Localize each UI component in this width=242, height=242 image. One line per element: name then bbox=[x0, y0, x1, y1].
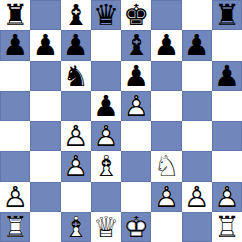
square-a4[interactable] bbox=[0, 121, 30, 151]
square-a3[interactable] bbox=[0, 151, 30, 181]
black-pawn-piece: ♟ bbox=[61, 30, 91, 60]
black-pawn-piece: ♟ bbox=[182, 30, 212, 60]
white-bishop-piece: ♝♗ bbox=[91, 151, 121, 181]
square-f3[interactable]: ♞♘ bbox=[151, 151, 181, 181]
square-b3[interactable] bbox=[30, 151, 60, 181]
square-h5[interactable] bbox=[212, 91, 242, 121]
white-knight-piece: ♞♘ bbox=[151, 151, 181, 181]
square-g5[interactable] bbox=[182, 91, 212, 121]
square-e8[interactable]: ♚ bbox=[121, 0, 151, 30]
white-rook-piece: ♜♖ bbox=[212, 212, 242, 242]
square-h2[interactable]: ♟♙ bbox=[212, 182, 242, 212]
square-f1[interactable] bbox=[151, 212, 181, 242]
white-pawn-piece: ♟♙ bbox=[61, 151, 91, 181]
square-e7[interactable]: ♝ bbox=[121, 30, 151, 60]
square-h1[interactable]: ♜♖ bbox=[212, 212, 242, 242]
black-king-piece: ♚ bbox=[121, 0, 151, 30]
square-f8[interactable] bbox=[151, 0, 181, 30]
square-b4[interactable] bbox=[30, 121, 60, 151]
white-pawn-piece: ♟♙ bbox=[151, 182, 181, 212]
square-f2[interactable]: ♟♙ bbox=[151, 182, 181, 212]
square-c8[interactable]: ♝ bbox=[61, 0, 91, 30]
square-a5[interactable] bbox=[0, 91, 30, 121]
black-rook-piece: ♜ bbox=[212, 0, 242, 30]
square-a7[interactable]: ♟ bbox=[0, 30, 30, 60]
square-d6[interactable] bbox=[91, 61, 121, 91]
square-a8[interactable]: ♜ bbox=[0, 0, 30, 30]
square-f5[interactable] bbox=[151, 91, 181, 121]
square-d2[interactable] bbox=[91, 182, 121, 212]
square-c2[interactable] bbox=[61, 182, 91, 212]
black-knight-piece: ♞ bbox=[61, 61, 91, 91]
square-d3[interactable]: ♝♗ bbox=[91, 151, 121, 181]
square-g8[interactable] bbox=[182, 0, 212, 30]
square-c1[interactable]: ♝♗ bbox=[61, 212, 91, 242]
black-pawn-piece: ♟ bbox=[30, 30, 60, 60]
square-e2[interactable] bbox=[121, 182, 151, 212]
black-bishop-piece: ♝ bbox=[121, 30, 151, 60]
white-pawn-piece: ♟♙ bbox=[182, 182, 212, 212]
square-c6[interactable]: ♞ bbox=[61, 61, 91, 91]
square-e6[interactable]: ♟ bbox=[121, 61, 151, 91]
square-c7[interactable]: ♟ bbox=[61, 30, 91, 60]
black-pawn-piece: ♟ bbox=[151, 30, 181, 60]
square-e3[interactable] bbox=[121, 151, 151, 181]
chess-board: ♜♝♛♚♜♟♟♟♝♟♟♞♟♟♟♟♙♟♙♟♙♟♙♝♗♞♘♟♙♟♙♟♙♟♙♜♖♝♗♛… bbox=[0, 0, 242, 242]
square-h3[interactable] bbox=[212, 151, 242, 181]
square-d1[interactable]: ♛♕ bbox=[91, 212, 121, 242]
square-g3[interactable] bbox=[182, 151, 212, 181]
white-queen-piece: ♛♕ bbox=[91, 212, 121, 242]
square-f6[interactable] bbox=[151, 61, 181, 91]
white-pawn-piece: ♟♙ bbox=[0, 182, 30, 212]
square-d5[interactable]: ♟ bbox=[91, 91, 121, 121]
square-g1[interactable] bbox=[182, 212, 212, 242]
white-pawn-piece: ♟♙ bbox=[121, 91, 151, 121]
black-pawn-piece: ♟ bbox=[212, 61, 242, 91]
black-rook-piece: ♜ bbox=[0, 0, 30, 30]
square-f7[interactable]: ♟ bbox=[151, 30, 181, 60]
square-e1[interactable]: ♚♔ bbox=[121, 212, 151, 242]
square-c3[interactable]: ♟♙ bbox=[61, 151, 91, 181]
square-a6[interactable] bbox=[0, 61, 30, 91]
square-h8[interactable]: ♜ bbox=[212, 0, 242, 30]
white-rook-piece: ♜♖ bbox=[0, 212, 30, 242]
square-b7[interactable]: ♟ bbox=[30, 30, 60, 60]
square-e4[interactable] bbox=[121, 121, 151, 151]
square-d7[interactable] bbox=[91, 30, 121, 60]
square-h6[interactable]: ♟ bbox=[212, 61, 242, 91]
white-pawn-piece: ♟♙ bbox=[61, 121, 91, 151]
square-e5[interactable]: ♟♙ bbox=[121, 91, 151, 121]
black-bishop-piece: ♝ bbox=[61, 0, 91, 30]
black-pawn-piece: ♟ bbox=[91, 91, 121, 121]
black-pawn-piece: ♟ bbox=[121, 61, 151, 91]
white-pawn-piece: ♟♙ bbox=[91, 121, 121, 151]
square-b1[interactable] bbox=[30, 212, 60, 242]
white-bishop-piece: ♝♗ bbox=[61, 212, 91, 242]
square-g2[interactable]: ♟♙ bbox=[182, 182, 212, 212]
square-d8[interactable]: ♛ bbox=[91, 0, 121, 30]
white-king-piece: ♚♔ bbox=[121, 212, 151, 242]
black-queen-piece: ♛ bbox=[91, 0, 121, 30]
black-pawn-piece: ♟ bbox=[0, 30, 30, 60]
square-h7[interactable] bbox=[212, 30, 242, 60]
square-b5[interactable] bbox=[30, 91, 60, 121]
square-g7[interactable]: ♟ bbox=[182, 30, 212, 60]
square-c4[interactable]: ♟♙ bbox=[61, 121, 91, 151]
white-pawn-piece: ♟♙ bbox=[212, 182, 242, 212]
square-b6[interactable] bbox=[30, 61, 60, 91]
square-d4[interactable]: ♟♙ bbox=[91, 121, 121, 151]
square-c5[interactable] bbox=[61, 91, 91, 121]
square-a2[interactable]: ♟♙ bbox=[0, 182, 30, 212]
square-h4[interactable] bbox=[212, 121, 242, 151]
square-b8[interactable] bbox=[30, 0, 60, 30]
square-a1[interactable]: ♜♖ bbox=[0, 212, 30, 242]
square-g4[interactable] bbox=[182, 121, 212, 151]
square-f4[interactable] bbox=[151, 121, 181, 151]
square-g6[interactable] bbox=[182, 61, 212, 91]
square-b2[interactable] bbox=[30, 182, 60, 212]
